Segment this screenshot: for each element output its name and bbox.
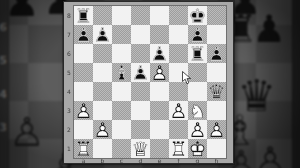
white-pawn-b2[interactable]: ♟♙ — [93, 120, 112, 139]
square-d4[interactable] — [131, 82, 150, 101]
black-rook-outline-icon: ♖ — [188, 44, 207, 63]
rank-label-7: 7 — [64, 25, 74, 44]
square-c4[interactable] — [112, 82, 131, 101]
black-pawn-outline-icon: ♙ — [93, 25, 112, 44]
white-rook-outline-icon: ♖ — [169, 139, 188, 158]
square-a6[interactable] — [74, 44, 93, 63]
rank-labels: 87654321 — [64, 6, 74, 158]
square-b5[interactable] — [93, 63, 112, 82]
square-b6[interactable] — [93, 44, 112, 63]
white-pawn-outline-icon: ♙ — [207, 120, 226, 139]
black-bishop-c5[interactable]: ♝♗ — [112, 63, 131, 82]
square-c5[interactable]: ♝♗ — [112, 63, 131, 82]
rank-label-1: 1 — [64, 139, 74, 158]
square-a5[interactable] — [74, 63, 93, 82]
square-d5[interactable]: ♟♙ — [131, 63, 150, 82]
rank-label-5: 5 — [64, 63, 74, 82]
black-queen-h4[interactable]: ♛♕ — [207, 82, 226, 101]
square-d1[interactable]: ♛♕ — [131, 139, 150, 158]
background-rank-label: 5 — [0, 55, 8, 66]
square-b2[interactable]: ♟♙ — [93, 120, 112, 139]
background-white-pawn-icon: ♙ — [253, 142, 287, 168]
white-pawn-h2[interactable]: ♟♙ — [207, 120, 226, 139]
rank-label-4: 4 — [64, 82, 74, 101]
background-right-edge — [292, 0, 300, 168]
black-queen-outline-icon: ♕ — [207, 82, 226, 101]
white-pawn-f3[interactable]: ♟♙ — [169, 101, 188, 120]
white-king-outline-icon: ♔ — [188, 139, 207, 158]
square-c3[interactable] — [112, 101, 131, 120]
black-pawn-outline-icon: ♙ — [131, 63, 150, 82]
square-h6[interactable]: ♟♙ — [207, 44, 226, 63]
rank-label-6: 6 — [64, 44, 74, 63]
background-white-pawn-icon: ♙ — [9, 112, 45, 152]
square-f3[interactable]: ♟♙ — [169, 101, 188, 120]
white-queen-d1[interactable]: ♛♕ — [131, 139, 150, 158]
white-pawn-outline-icon: ♙ — [74, 101, 93, 120]
white-pawn-outline-icon: ♙ — [93, 120, 112, 139]
background-rank-label: 4 — [0, 89, 8, 100]
square-h1[interactable] — [207, 139, 226, 158]
file-label-b: b — [93, 158, 112, 163]
square-g6[interactable]: ♜♖ — [188, 44, 207, 63]
square-h2[interactable]: ♟♙ — [207, 120, 226, 139]
file-label-e: e — [150, 158, 169, 163]
white-king-g1[interactable]: ♚♔ — [188, 139, 207, 158]
board-squares: ♜♖♚♔♟♙♟♙♟♙♟♙♜♖♟♙♝♗♟♙♟♙♛♕♟♙♟♙♞♘♟♙♟♙♟♙♜♖♛♕… — [74, 6, 226, 158]
square-f1[interactable]: ♜♖ — [169, 139, 188, 158]
square-a1[interactable]: ♜♖ — [74, 139, 93, 158]
white-pawn-outline-icon: ♙ — [169, 101, 188, 120]
black-pawn-b7[interactable]: ♟♙ — [93, 25, 112, 44]
rank-label-3: 3 — [64, 101, 74, 120]
square-e5[interactable]: ♟♙ — [150, 63, 169, 82]
square-a7[interactable]: ♟♙ — [74, 25, 93, 44]
white-queen-outline-icon: ♕ — [131, 139, 150, 158]
white-pawn-outline-icon: ♙ — [150, 63, 169, 82]
square-b1[interactable] — [93, 139, 112, 158]
square-c1[interactable] — [112, 139, 131, 158]
square-c7[interactable] — [112, 25, 131, 44]
black-bishop-outline-icon: ♗ — [112, 63, 131, 82]
black-rook-g6[interactable]: ♜♖ — [188, 44, 207, 63]
square-d7[interactable] — [131, 25, 150, 44]
file-label-h: h — [207, 158, 226, 163]
square-a3[interactable]: ♟♙ — [74, 101, 93, 120]
white-rook-f1[interactable]: ♜♖ — [169, 139, 188, 158]
mouse-cursor — [182, 71, 192, 85]
black-pawn-d5[interactable]: ♟♙ — [131, 63, 150, 82]
file-label-c: c — [112, 158, 131, 163]
background-rank-strip: 6543 — [0, 0, 9, 168]
square-e1[interactable] — [150, 139, 169, 158]
white-pawn-e5[interactable]: ♟♙ — [150, 63, 169, 82]
square-h4[interactable]: ♛♕ — [207, 82, 226, 101]
square-f6[interactable] — [169, 44, 188, 63]
white-pawn-a3[interactable]: ♟♙ — [74, 101, 93, 120]
black-pawn-a7[interactable]: ♟♙ — [74, 25, 93, 44]
black-pawn-outline-icon: ♙ — [74, 25, 93, 44]
rank-label-8: 8 — [64, 6, 74, 25]
square-g1[interactable]: ♚♔ — [188, 139, 207, 158]
rank-label-2: 2 — [64, 120, 74, 139]
white-rook-a1[interactable]: ♜♖ — [74, 139, 93, 158]
square-b4[interactable] — [93, 82, 112, 101]
square-d8[interactable] — [131, 6, 150, 25]
square-e2[interactable] — [150, 120, 169, 139]
chess-board: 87654321 abcdefgh ♜♖♚♔♟♙♟♙♟♙♟♙♜♖♟♙♝♗♟♙♟♙… — [63, 1, 234, 164]
square-e4[interactable] — [150, 82, 169, 101]
square-e8[interactable] — [150, 6, 169, 25]
square-f7[interactable] — [169, 25, 188, 44]
black-pawn-h6[interactable]: ♟♙ — [207, 44, 226, 63]
square-b7[interactable]: ♟♙ — [93, 25, 112, 44]
white-rook-outline-icon: ♖ — [74, 139, 93, 158]
square-c2[interactable] — [112, 120, 131, 139]
square-d3[interactable] — [131, 101, 150, 120]
square-f8[interactable] — [169, 6, 188, 25]
background-black-pawn-icon: ♟ — [4, 0, 40, 22]
square-e3[interactable] — [150, 101, 169, 120]
app-window: 6543 ♟♟♙♙♟♜♟♛♗♙♙ 87654321 abcdefgh ♜♖♚♔♟… — [0, 0, 300, 168]
background-rank-label: 3 — [0, 122, 8, 133]
square-c8[interactable] — [112, 6, 131, 25]
square-h8[interactable] — [207, 6, 226, 25]
black-pawn-outline-icon: ♙ — [207, 44, 226, 63]
background-black-pawn-icon: ♟ — [252, 10, 286, 48]
